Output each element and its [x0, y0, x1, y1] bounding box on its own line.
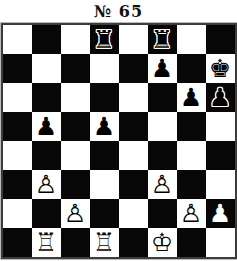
square-d4	[90, 141, 119, 170]
square-b2	[32, 199, 61, 228]
square-f8: ♜	[148, 25, 177, 54]
square-e1	[119, 228, 148, 257]
square-h4	[206, 141, 235, 170]
square-a5	[3, 112, 32, 141]
square-b6	[32, 83, 61, 112]
square-h6: ♟	[206, 83, 235, 112]
square-c7	[61, 54, 90, 83]
square-d2	[90, 199, 119, 228]
square-f4	[148, 141, 177, 170]
square-a3	[3, 170, 32, 199]
square-h5	[206, 112, 235, 141]
square-g3	[177, 170, 206, 199]
black-rook-f8: ♜	[151, 27, 173, 52]
square-f6	[148, 83, 177, 112]
white-pawn-h2: ♟	[209, 201, 231, 226]
black-king-h7: ♚	[209, 56, 231, 81]
square-d7	[90, 54, 119, 83]
white-pawn-b3: ♙	[35, 172, 57, 197]
black-pawn-b5: ♟	[35, 114, 57, 139]
square-e8	[119, 25, 148, 54]
white-rook-d1: ♖	[93, 230, 115, 255]
black-pawn-f7: ♟	[151, 56, 173, 81]
square-g5	[177, 112, 206, 141]
black-pawn-g6: ♟	[180, 85, 202, 110]
square-g1	[177, 228, 206, 257]
square-d1: ♖	[90, 228, 119, 257]
square-e3	[119, 170, 148, 199]
square-a1	[3, 228, 32, 257]
square-e5	[119, 112, 148, 141]
square-b1: ♖	[32, 228, 61, 257]
square-h8	[206, 25, 235, 54]
white-pawn-f3: ♙	[151, 172, 173, 197]
square-c8	[61, 25, 90, 54]
square-a6	[3, 83, 32, 112]
square-g6: ♟	[177, 83, 206, 112]
square-h2: ♟	[206, 199, 235, 228]
square-g8	[177, 25, 206, 54]
square-c2: ♙	[61, 199, 90, 228]
square-c3	[61, 170, 90, 199]
square-a8	[3, 25, 32, 54]
white-rook-b1: ♖	[35, 230, 57, 255]
square-b5: ♟	[32, 112, 61, 141]
square-f3: ♙	[148, 170, 177, 199]
square-b3: ♙	[32, 170, 61, 199]
square-a2	[3, 199, 32, 228]
square-g7	[177, 54, 206, 83]
square-c6	[61, 83, 90, 112]
black-pawn-d5: ♟	[93, 114, 115, 139]
square-d5: ♟	[90, 112, 119, 141]
black-pawn-h6: ♟	[209, 85, 231, 110]
white-king-f1: ♔	[151, 230, 173, 255]
white-pawn-c2: ♙	[64, 201, 86, 226]
square-e2	[119, 199, 148, 228]
square-g2: ♙	[177, 199, 206, 228]
square-b7	[32, 54, 61, 83]
square-h3	[206, 170, 235, 199]
white-pawn-g2: ♙	[180, 201, 202, 226]
square-c5	[61, 112, 90, 141]
square-e4	[119, 141, 148, 170]
square-d3	[90, 170, 119, 199]
square-c4	[61, 141, 90, 170]
square-h1	[206, 228, 235, 257]
square-a7	[3, 54, 32, 83]
black-rook-d8: ♜	[93, 27, 115, 52]
square-g4	[177, 141, 206, 170]
square-f2	[148, 199, 177, 228]
square-e6	[119, 83, 148, 112]
chessboard: ♜♜♟♚♟♟♟♟♙♙♙♙♟♖♖♔	[1, 23, 237, 259]
square-a4	[3, 141, 32, 170]
square-b4	[32, 141, 61, 170]
square-f7: ♟	[148, 54, 177, 83]
square-b8	[32, 25, 61, 54]
square-h7: ♚	[206, 54, 235, 83]
square-f1: ♔	[148, 228, 177, 257]
square-c1	[61, 228, 90, 257]
square-f5	[148, 112, 177, 141]
square-d6	[90, 83, 119, 112]
square-e7	[119, 54, 148, 83]
diagram-number: № 65	[0, 0, 237, 23]
square-d8: ♜	[90, 25, 119, 54]
